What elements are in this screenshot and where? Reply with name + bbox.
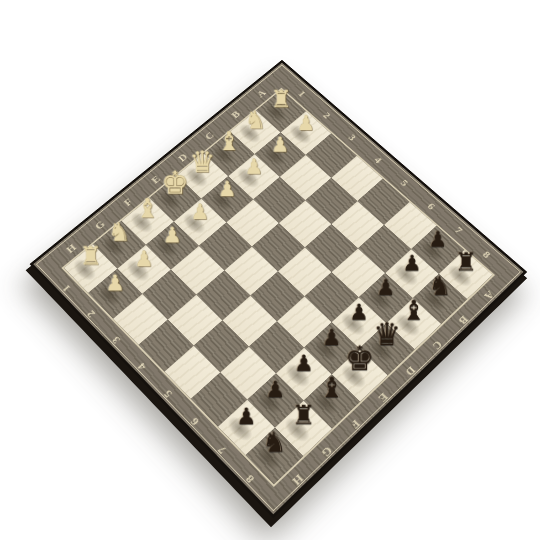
- black-bishop-glyph: ♝: [402, 296, 426, 324]
- black-king-glyph: ♚: [345, 341, 375, 375]
- board-frame: ABCDEFGH 12345678 ABCDEFGH 12345678 ♜♞♝♛…: [30, 60, 528, 519]
- black-pawn-glyph: ♟: [294, 352, 314, 374]
- white-pawn-glyph: ♟: [191, 201, 210, 222]
- black-pawn-glyph: ♟: [428, 228, 447, 249]
- black-pawn-glyph: ♟: [349, 301, 368, 323]
- black-pawn-glyph: ♟: [265, 378, 285, 401]
- white-pawn-glyph: ♟: [134, 248, 153, 270]
- white-rook-glyph: ♜: [79, 243, 101, 268]
- white-pawn-glyph: ♟: [245, 156, 263, 177]
- black-rook-glyph: ♜: [455, 249, 477, 274]
- white-pawn-glyph: ♟: [271, 134, 289, 155]
- black-bishop-glyph: ♝: [319, 373, 344, 401]
- white-pawn-glyph: ♟: [297, 112, 315, 133]
- white-pawn-glyph: ♟: [218, 178, 236, 199]
- black-rook-glyph: ♜: [292, 402, 316, 429]
- black-knight-glyph: ♞: [262, 428, 287, 456]
- black-knight-glyph: ♞: [428, 272, 451, 298]
- black-pawn-glyph: ♟: [376, 276, 395, 298]
- white-pawn-glyph: ♟: [106, 272, 125, 294]
- coordinate-label-C: C: [414, 324, 460, 367]
- black-queen-glyph: ♛: [373, 317, 401, 349]
- black-pawn-glyph: ♟: [403, 252, 422, 274]
- white-pawn-glyph: ♟: [163, 224, 182, 245]
- black-pawn-glyph: ♟: [236, 404, 256, 427]
- black-pawn-glyph: ♟: [322, 326, 342, 348]
- product-photo-scene: ABCDEFGH 12345678 ABCDEFGH 12345678 ♜♞♝♛…: [0, 0, 540, 540]
- chess-board: ABCDEFGH 12345678 ABCDEFGH 12345678 ♜♞♝♛…: [30, 60, 528, 519]
